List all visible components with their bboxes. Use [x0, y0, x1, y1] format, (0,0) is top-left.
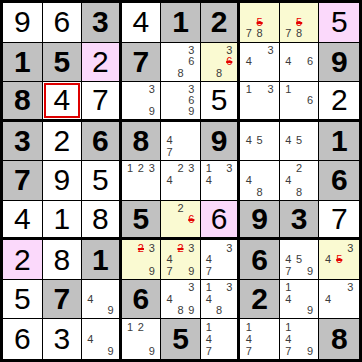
empty-candidate-slot [265, 175, 276, 187]
given-digit: 5 [53, 47, 70, 77]
empty-candidate-slot [254, 147, 265, 159]
candidate-2: 2 [136, 163, 147, 175]
candidate-3: 3 [345, 242, 356, 254]
candidate-grid: 48 [240, 161, 279, 200]
empty-candidate-slot [265, 68, 276, 80]
cell-r2c3[interactable]: 2 [82, 43, 122, 83]
cell-r3c5[interactable]: 369 [161, 82, 201, 122]
candidate-4: 4 [322, 254, 333, 266]
empty-candidate-slot [294, 265, 305, 277]
eliminated-candidate-5: 5 [334, 254, 345, 266]
candidate-9: 9 [146, 345, 157, 357]
candidate-4: 4 [164, 254, 175, 266]
candidate-4: 4 [85, 293, 95, 305]
empty-candidate-slot [164, 106, 175, 117]
candidate-8: 8 [214, 305, 224, 317]
empty-candidate-slot [214, 333, 224, 345]
candidate-3: 3 [265, 84, 276, 95]
candidate-grid: 345 [319, 240, 359, 279]
cell-r5c4[interactable]: 123 [122, 161, 162, 201]
cell-r5c3[interactable]: 5 [82, 161, 122, 201]
cell-r6c6[interactable]: 6 [201, 201, 241, 241]
solved-digit: 6 [211, 204, 228, 234]
candidate-grid: 49 [82, 280, 119, 319]
given-digit: 1 [14, 47, 31, 77]
candidate-5: 5 [254, 135, 265, 147]
cell-r3c9[interactable]: 2 [319, 82, 359, 122]
candidate-4: 4 [283, 293, 294, 305]
candidate-grid: 1479 [280, 319, 319, 359]
candidate-grid: 239 [122, 240, 161, 279]
empty-candidate-slot [186, 147, 197, 159]
candidate-3: 3 [186, 242, 197, 254]
empty-candidate-slot [146, 175, 157, 187]
cell-r3c8[interactable]: 16 [280, 82, 320, 122]
empty-candidate-slot [175, 106, 186, 117]
empty-candidate-slot [305, 17, 316, 29]
empty-candidate-slot [254, 95, 265, 106]
cell-r3c3[interactable]: 7 [82, 82, 122, 122]
cell-r6c8[interactable]: 3 [280, 201, 320, 241]
cell-r8c9[interactable]: 34 [319, 280, 359, 320]
empty-candidate-slot [186, 135, 197, 147]
empty-candidate-slot [186, 68, 197, 80]
empty-candidate-slot [85, 345, 95, 357]
empty-candidate-slot [294, 84, 305, 95]
given-digit: 6 [251, 245, 268, 275]
cell-r5c8[interactable]: 248 [280, 161, 320, 201]
cell-r4c5[interactable]: 47 [161, 122, 201, 162]
empty-candidate-slot [265, 163, 276, 175]
solved-digit: 5 [211, 85, 228, 115]
candidate-6: 6 [305, 95, 316, 106]
cell-r6c2[interactable]: 1 [43, 201, 83, 241]
candidate-8: 8 [175, 305, 186, 317]
solved-digit: 6 [53, 7, 70, 37]
empty-candidate-slot [294, 5, 305, 17]
empty-candidate-slot [294, 175, 305, 187]
candidate-3: 3 [186, 163, 197, 175]
empty-candidate-slot [224, 68, 234, 80]
empty-candidate-slot [294, 56, 305, 68]
candidate-1: 1 [283, 321, 294, 333]
solved-digit: 8 [53, 245, 70, 275]
candidate-9: 9 [305, 345, 316, 357]
candidate-9: 9 [146, 265, 157, 277]
cell-r8c8[interactable]: 149 [280, 280, 320, 320]
empty-candidate-slot [175, 175, 186, 187]
empty-candidate-slot [345, 265, 356, 277]
cell-r3c2-selected[interactable]: 4 [43, 82, 83, 122]
empty-candidate-slot [345, 293, 356, 305]
candidate-grid: 16 [280, 82, 319, 119]
cell-r9c7[interactable]: 147 [240, 319, 280, 359]
cell-r5c1[interactable]: 7 [3, 161, 43, 201]
empty-candidate-slot [164, 95, 175, 106]
candidate-grid: 47 [161, 122, 200, 161]
candidate-8: 8 [214, 68, 224, 80]
empty-candidate-slot [95, 333, 105, 345]
empty-candidate-slot [294, 106, 305, 117]
empty-candidate-slot [294, 95, 305, 106]
cell-r9c4[interactable]: 129 [122, 319, 162, 359]
empty-candidate-slot [334, 293, 345, 305]
empty-candidate-slot [334, 282, 345, 294]
given-digit: 1 [92, 245, 109, 275]
candidate-3: 3 [146, 84, 157, 95]
empty-candidate-slot [136, 254, 147, 266]
cell-r9c3[interactable]: 49 [82, 319, 122, 359]
empty-candidate-slot [294, 68, 305, 80]
empty-candidate-slot [186, 254, 197, 266]
cell-r4c9[interactable]: 1 [319, 122, 359, 162]
empty-candidate-slot [175, 282, 186, 294]
candidate-grid: 578 [240, 3, 279, 42]
cell-r2c2[interactable]: 5 [43, 43, 83, 83]
solved-digit: 4 [53, 85, 70, 115]
cell-r1c7[interactable]: 578 [240, 3, 280, 43]
empty-candidate-slot [254, 333, 265, 345]
empty-candidate-slot [164, 163, 175, 175]
candidate-9: 9 [105, 345, 115, 357]
empty-candidate-slot [146, 333, 157, 345]
empty-candidate-slot [294, 45, 305, 57]
empty-candidate-slot [136, 106, 147, 117]
empty-candidate-slot [305, 5, 316, 17]
cell-r5c9[interactable]: 6 [319, 161, 359, 201]
cell-r5c2[interactable]: 9 [43, 161, 83, 201]
solved-digit: 6 [14, 324, 31, 354]
empty-candidate-slot [224, 254, 234, 266]
cell-r2c1[interactable]: 1 [3, 43, 43, 83]
cell-r4c3[interactable]: 6 [82, 122, 122, 162]
cell-r3c6[interactable]: 5 [201, 82, 241, 122]
candidate-5: 5 [294, 254, 305, 266]
cell-r1c8[interactable]: 578 [280, 3, 320, 43]
cell-r5c7[interactable]: 48 [240, 161, 280, 201]
given-digit: 7 [14, 165, 31, 195]
empty-candidate-slot [283, 95, 294, 106]
empty-candidate-slot [283, 186, 294, 198]
empty-candidate-slot [95, 321, 105, 333]
empty-candidate-slot [243, 147, 254, 159]
cell-r7c6[interactable]: 347 [201, 240, 241, 280]
empty-candidate-slot [164, 214, 175, 225]
cell-r9c9[interactable]: 8 [319, 319, 359, 359]
candidate-1: 1 [125, 163, 136, 175]
empty-candidate-slot [95, 293, 105, 305]
empty-candidate-slot [265, 124, 276, 136]
empty-candidate-slot [125, 175, 136, 187]
solved-digit: 8 [92, 204, 109, 234]
empty-candidate-slot [146, 321, 157, 333]
candidate-9: 9 [146, 106, 157, 117]
cell-r2c7[interactable]: 34 [240, 43, 280, 83]
cell-r8c1[interactable]: 5 [3, 280, 43, 320]
empty-candidate-slot [214, 175, 224, 187]
candidate-4: 4 [243, 135, 254, 147]
empty-candidate-slot [164, 68, 175, 80]
candidate-grid: 134 [201, 161, 238, 200]
empty-candidate-slot [243, 5, 254, 17]
given-digit: 1 [331, 126, 348, 156]
empty-candidate-slot [164, 186, 175, 198]
cell-r4c4[interactable]: 8 [122, 122, 162, 162]
cell-r7c4[interactable]: 239 [122, 240, 162, 280]
empty-candidate-slot [243, 95, 254, 106]
empty-candidate-slot [322, 282, 333, 294]
empty-candidate-slot [125, 186, 136, 198]
candidate-grid: 46 [280, 43, 319, 82]
empty-candidate-slot [265, 321, 276, 333]
cell-r6c5[interactable]: 26 [161, 201, 201, 241]
candidate-grid: 34 [319, 280, 359, 319]
empty-candidate-slot [214, 56, 224, 68]
candidate-8: 8 [294, 28, 305, 40]
empty-candidate-slot [204, 45, 214, 57]
candidate-7: 7 [204, 265, 214, 277]
cell-r9c8[interactable]: 1479 [280, 319, 320, 359]
given-digit: 6 [133, 284, 150, 314]
empty-candidate-slot [125, 106, 136, 117]
cell-r1c3[interactable]: 3 [82, 3, 122, 43]
candidate-4: 4 [283, 56, 294, 68]
candidate-7: 7 [164, 265, 175, 277]
empty-candidate-slot [125, 265, 136, 277]
candidate-grid: 347 [201, 240, 238, 279]
given-digit: 9 [251, 204, 268, 234]
empty-candidate-slot [265, 147, 276, 159]
cell-r2c9[interactable]: 9 [319, 43, 359, 83]
candidate-3: 3 [345, 282, 356, 294]
cell-r6c9[interactable]: 7 [319, 201, 359, 241]
empty-candidate-slot [305, 124, 316, 136]
empty-candidate-slot [175, 147, 186, 159]
solved-digit: 9 [53, 165, 70, 195]
empty-candidate-slot [254, 321, 265, 333]
candidate-grid: 147 [201, 319, 238, 359]
empty-candidate-slot [214, 321, 224, 333]
candidate-9: 9 [305, 265, 316, 277]
empty-candidate-slot [254, 106, 265, 117]
candidate-3: 3 [186, 282, 197, 294]
cell-r9c5[interactable]: 5 [161, 319, 201, 359]
cell-r1c9[interactable]: 5 [319, 3, 359, 43]
given-digit: 6 [92, 126, 109, 156]
cell-r4c1[interactable]: 3 [3, 122, 43, 162]
candidate-8: 8 [254, 28, 265, 40]
candidate-4: 4 [204, 175, 214, 187]
empty-candidate-slot [136, 265, 147, 277]
cell-r7c8[interactable]: 4579 [280, 240, 320, 280]
cell-r4c6[interactable]: 9 [201, 122, 241, 162]
candidate-3: 3 [265, 45, 276, 57]
cell-r1c6[interactable]: 2 [201, 3, 241, 43]
cell-r1c1[interactable]: 9 [3, 3, 43, 43]
candidate-4: 4 [322, 293, 333, 305]
solved-digit: 7 [331, 204, 348, 234]
given-digit: 3 [14, 126, 31, 156]
empty-candidate-slot [305, 282, 316, 294]
empty-candidate-slot [265, 5, 276, 17]
empty-candidate-slot [254, 68, 265, 80]
empty-candidate-slot [175, 214, 186, 225]
candidate-4: 4 [164, 293, 175, 305]
cell-r9c1[interactable]: 6 [3, 319, 43, 359]
cell-r5c5[interactable]: 234 [161, 161, 201, 201]
cell-r7c5[interactable]: 23479 [161, 240, 201, 280]
empty-candidate-slot [136, 84, 147, 95]
cell-r7c9[interactable]: 345 [319, 240, 359, 280]
empty-candidate-slot [305, 333, 316, 345]
cell-r3c4[interactable]: 39 [122, 82, 162, 122]
empty-candidate-slot [283, 106, 294, 117]
empty-candidate-slot [125, 242, 136, 254]
candidate-7: 7 [204, 345, 214, 357]
empty-candidate-slot [125, 345, 136, 357]
empty-candidate-slot [146, 254, 157, 266]
cell-r4c2[interactable]: 2 [43, 122, 83, 162]
empty-candidate-slot [105, 321, 115, 333]
candidate-grid: 45 [240, 122, 279, 161]
empty-candidate-slot [224, 293, 234, 305]
candidate-1: 1 [125, 321, 136, 333]
candidate-3: 3 [224, 163, 234, 175]
empty-candidate-slot [254, 163, 265, 175]
empty-candidate-slot [294, 321, 305, 333]
candidate-9: 9 [186, 265, 197, 277]
empty-candidate-slot [224, 186, 234, 198]
candidate-grid: 578 [280, 3, 319, 42]
candidate-8: 8 [294, 186, 305, 198]
cell-r6c1[interactable]: 4 [3, 201, 43, 241]
cell-r8c7[interactable]: 2 [240, 280, 280, 320]
empty-candidate-slot [164, 84, 175, 95]
empty-candidate-slot [85, 305, 95, 317]
empty-candidate-slot [85, 282, 95, 294]
candidate-grid: 45 [280, 122, 319, 161]
given-digit: 8 [331, 324, 348, 354]
solved-digit: 5 [14, 284, 31, 314]
cell-r7c7[interactable]: 6 [240, 240, 280, 280]
empty-candidate-slot [294, 333, 305, 345]
cell-r7c3[interactable]: 1 [82, 240, 122, 280]
cell-r6c3[interactable]: 8 [82, 201, 122, 241]
given-digit: 9 [211, 126, 228, 156]
empty-candidate-slot [214, 345, 224, 357]
empty-candidate-slot [186, 186, 197, 198]
empty-candidate-slot [294, 293, 305, 305]
empty-candidate-slot [265, 106, 276, 117]
empty-candidate-slot [243, 186, 254, 198]
cell-r8c4[interactable]: 6 [122, 280, 162, 320]
cell-r4c7[interactable]: 45 [240, 122, 280, 162]
candidate-grid: 26 [161, 201, 200, 238]
cell-r8c2[interactable]: 7 [43, 280, 83, 320]
solved-digit: 5 [92, 165, 109, 195]
given-digit: 8 [133, 126, 150, 156]
candidate-4: 4 [85, 333, 95, 345]
cell-r2c6[interactable]: 368 [201, 43, 241, 83]
empty-candidate-slot [204, 186, 214, 198]
empty-candidate-slot [265, 135, 276, 147]
candidate-3: 3 [224, 282, 234, 294]
empty-candidate-slot [294, 345, 305, 357]
solved-digit: 3 [53, 324, 70, 354]
given-digit: 7 [133, 47, 150, 77]
cell-r2c4[interactable]: 7 [122, 43, 162, 83]
empty-candidate-slot [125, 333, 136, 345]
empty-candidate-slot [224, 175, 234, 187]
empty-candidate-slot [214, 282, 224, 294]
cell-r9c2[interactable]: 3 [43, 319, 83, 359]
empty-candidate-slot [305, 68, 316, 80]
empty-candidate-slot [305, 106, 316, 117]
empty-candidate-slot [305, 254, 316, 266]
empty-candidate-slot [136, 175, 147, 187]
candidate-3: 3 [146, 242, 157, 254]
empty-candidate-slot [175, 135, 186, 147]
cell-r4c8[interactable]: 45 [280, 122, 320, 162]
cell-r9c6[interactable]: 147 [201, 319, 241, 359]
candidate-7: 7 [283, 345, 294, 357]
empty-candidate-slot [164, 225, 175, 236]
empty-candidate-slot [294, 305, 305, 317]
empty-candidate-slot [125, 84, 136, 95]
cell-r1c4[interactable]: 4 [122, 3, 162, 43]
cell-r1c2[interactable]: 6 [43, 3, 83, 43]
candidate-grid: 129 [122, 319, 161, 359]
cell-r3c1[interactable]: 8 [3, 82, 43, 122]
empty-candidate-slot [254, 84, 265, 95]
empty-candidate-slot [305, 163, 316, 175]
cell-r6c7[interactable]: 9 [240, 201, 280, 241]
cell-r3c7[interactable]: 13 [240, 82, 280, 122]
candidate-6: 6 [305, 56, 316, 68]
empty-candidate-slot [175, 56, 186, 68]
candidate-1: 1 [243, 84, 254, 95]
empty-candidate-slot [164, 305, 175, 317]
cell-r2c8[interactable]: 46 [280, 43, 320, 83]
candidate-grid: 248 [280, 161, 319, 200]
solved-digit: 4 [14, 204, 31, 234]
candidate-grid: 13 [240, 82, 279, 119]
empty-candidate-slot [175, 124, 186, 136]
candidate-1: 1 [283, 84, 294, 95]
given-digit: 3 [92, 7, 109, 37]
empty-candidate-slot [214, 242, 224, 254]
cell-r7c1[interactable]: 2 [3, 240, 43, 280]
empty-candidate-slot [254, 175, 265, 187]
solved-digit: 2 [331, 85, 348, 115]
candidate-grid: 147 [240, 319, 279, 359]
candidate-2: 2 [175, 163, 186, 175]
candidate-grid: 1348 [201, 280, 238, 319]
empty-candidate-slot [204, 68, 214, 80]
cell-r1c5[interactable]: 1 [161, 3, 201, 43]
empty-candidate-slot [136, 333, 147, 345]
empty-candidate-slot [265, 95, 276, 106]
eliminated-candidate-2: 2 [136, 242, 147, 254]
cell-r8c3[interactable]: 49 [82, 280, 122, 320]
cell-r7c2[interactable]: 8 [43, 240, 83, 280]
cell-r8c5[interactable]: 3489 [161, 280, 201, 320]
cell-r6c4[interactable]: 5 [122, 201, 162, 241]
cell-r5c6[interactable]: 134 [201, 161, 241, 201]
cell-r2c5[interactable]: 368 [161, 43, 201, 83]
solved-digit: 1 [53, 204, 70, 234]
cell-r8c6[interactable]: 1348 [201, 280, 241, 320]
